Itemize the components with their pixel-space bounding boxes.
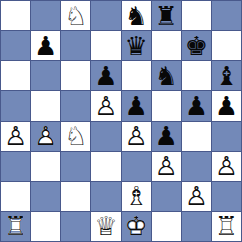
black-pawn-glyph: ♟: [31, 31, 60, 60]
white-knight[interactable]: ♞♘: [61, 1, 90, 30]
square-f5[interactable]: [152, 91, 181, 120]
black-pawn[interactable]: ♟: [212, 91, 241, 120]
white-rook-glyph: ♖: [1, 212, 30, 241]
square-e4[interactable]: ♟♙: [122, 122, 151, 151]
black-knight[interactable]: ♞: [122, 1, 151, 30]
square-g7[interactable]: ♚: [182, 31, 211, 60]
square-a8[interactable]: [1, 1, 30, 30]
square-e7[interactable]: ♛: [122, 31, 151, 60]
black-queen-glyph: ♛: [122, 31, 151, 60]
white-pawn-glyph: ♙: [91, 91, 120, 120]
white-pawn[interactable]: ♟♙: [182, 182, 211, 211]
chess-board: ♞♘♞♜♟♛♚♟♞♝♟♙♟♟♟♟♙♟♙♞♘♟♙♟♟♙♟♙♝♗♟♙♜♖♛♕♚♔♜♖: [0, 0, 242, 242]
white-pawn-glyph: ♙: [212, 152, 241, 181]
square-e3[interactable]: [122, 152, 151, 181]
square-c6[interactable]: [61, 61, 90, 90]
black-pawn[interactable]: ♟: [152, 122, 181, 151]
square-f4[interactable]: ♟: [152, 122, 181, 151]
black-pawn-glyph: ♟: [212, 91, 241, 120]
square-a2[interactable]: [1, 182, 30, 211]
square-a5[interactable]: [1, 91, 30, 120]
square-a4[interactable]: ♟♙: [1, 122, 30, 151]
black-pawn[interactable]: ♟: [91, 61, 120, 90]
square-b6[interactable]: [31, 61, 60, 90]
square-a3[interactable]: [1, 152, 30, 181]
square-d3[interactable]: [91, 152, 120, 181]
square-d8[interactable]: [91, 1, 120, 30]
square-c3[interactable]: [61, 152, 90, 181]
square-d2[interactable]: [91, 182, 120, 211]
black-pawn[interactable]: ♟: [182, 91, 211, 120]
black-pawn-glyph: ♟: [91, 61, 120, 90]
square-f1[interactable]: [152, 212, 181, 241]
white-pawn-glyph: ♙: [182, 182, 211, 211]
black-knight-glyph: ♞: [152, 61, 181, 90]
square-g6[interactable]: [182, 61, 211, 90]
black-pawn[interactable]: ♟: [31, 31, 60, 60]
square-d6[interactable]: ♟: [91, 61, 120, 90]
square-b3[interactable]: [31, 152, 60, 181]
black-pawn-glyph: ♟: [122, 91, 151, 120]
square-g3[interactable]: [182, 152, 211, 181]
white-knight[interactable]: ♞♘: [61, 122, 90, 151]
square-d1[interactable]: ♛♕: [91, 212, 120, 241]
square-f3[interactable]: ♟♙: [152, 152, 181, 181]
white-pawn[interactable]: ♟♙: [212, 152, 241, 181]
square-c8[interactable]: ♞♘: [61, 1, 90, 30]
white-pawn-glyph: ♙: [31, 122, 60, 151]
black-rook[interactable]: ♜: [152, 1, 181, 30]
black-knight-glyph: ♞: [122, 1, 151, 30]
white-rook[interactable]: ♜♖: [1, 212, 30, 241]
square-h5[interactable]: ♟: [212, 91, 241, 120]
square-a6[interactable]: [1, 61, 30, 90]
white-king[interactable]: ♚♔: [122, 212, 151, 241]
square-c2[interactable]: [61, 182, 90, 211]
chess-board-wrap: ♞♘♞♜♟♛♚♟♞♝♟♙♟♟♟♟♙♟♙♞♘♟♙♟♟♙♟♙♝♗♟♙♜♖♛♕♚♔♜♖: [0, 0, 242, 242]
black-queen[interactable]: ♛: [122, 31, 151, 60]
black-rook-glyph: ♜: [152, 1, 181, 30]
square-h7[interactable]: [212, 31, 241, 60]
square-c5[interactable]: [61, 91, 90, 120]
square-g1[interactable]: [182, 212, 211, 241]
black-king-glyph: ♚: [182, 31, 211, 60]
square-b8[interactable]: [31, 1, 60, 30]
white-bishop[interactable]: ♝♗: [122, 182, 151, 211]
square-b1[interactable]: [31, 212, 60, 241]
square-g5[interactable]: ♟: [182, 91, 211, 120]
square-e6[interactable]: [122, 61, 151, 90]
square-f2[interactable]: [152, 182, 181, 211]
white-bishop-glyph: ♗: [122, 182, 151, 211]
white-rook[interactable]: ♜♖: [212, 212, 241, 241]
square-h2[interactable]: [212, 182, 241, 211]
black-bishop-glyph: ♝: [212, 61, 241, 90]
white-queen-glyph: ♕: [91, 212, 120, 241]
white-pawn[interactable]: ♟♙: [152, 152, 181, 181]
square-b4[interactable]: ♟♙: [31, 122, 60, 151]
white-pawn-glyph: ♙: [122, 122, 151, 151]
white-knight-glyph: ♘: [61, 122, 90, 151]
square-g4[interactable]: [182, 122, 211, 151]
black-pawn-glyph: ♟: [182, 91, 211, 120]
square-b2[interactable]: [31, 182, 60, 211]
square-f7[interactable]: [152, 31, 181, 60]
square-f8[interactable]: ♜: [152, 1, 181, 30]
square-h4[interactable]: [212, 122, 241, 151]
square-a1[interactable]: ♜♖: [1, 212, 30, 241]
square-b7[interactable]: ♟: [31, 31, 60, 60]
white-rook-glyph: ♖: [212, 212, 241, 241]
square-g8[interactable]: [182, 1, 211, 30]
square-e1[interactable]: ♚♔: [122, 212, 151, 241]
square-d7[interactable]: [91, 31, 120, 60]
square-a7[interactable]: [1, 31, 30, 60]
square-c4[interactable]: ♞♘: [61, 122, 90, 151]
square-h3[interactable]: ♟♙: [212, 152, 241, 181]
square-h1[interactable]: ♜♖: [212, 212, 241, 241]
white-king-glyph: ♔: [122, 212, 151, 241]
white-pawn[interactable]: ♟♙: [1, 122, 30, 151]
square-e2[interactable]: ♝♗: [122, 182, 151, 211]
white-pawn[interactable]: ♟♙: [31, 122, 60, 151]
black-knight[interactable]: ♞: [152, 61, 181, 90]
square-d4[interactable]: [91, 122, 120, 151]
square-g2[interactable]: ♟♙: [182, 182, 211, 211]
square-e5[interactable]: ♟: [122, 91, 151, 120]
white-pawn-glyph: ♙: [1, 122, 30, 151]
square-d5[interactable]: ♟♙: [91, 91, 120, 120]
black-king[interactable]: ♚: [182, 31, 211, 60]
white-pawn-glyph: ♙: [152, 152, 181, 181]
square-e8[interactable]: ♞: [122, 1, 151, 30]
square-f6[interactable]: ♞: [152, 61, 181, 90]
square-h8[interactable]: [212, 1, 241, 30]
square-c7[interactable]: [61, 31, 90, 60]
square-c1[interactable]: [61, 212, 90, 241]
white-knight-glyph: ♘: [61, 1, 90, 30]
black-pawn-glyph: ♟: [152, 122, 181, 151]
black-bishop[interactable]: ♝: [212, 61, 241, 90]
white-pawn[interactable]: ♟♙: [122, 122, 151, 151]
black-pawn[interactable]: ♟: [122, 91, 151, 120]
white-queen[interactable]: ♛♕: [91, 212, 120, 241]
square-b5[interactable]: [31, 91, 60, 120]
square-h6[interactable]: ♝: [212, 61, 241, 90]
white-pawn[interactable]: ♟♙: [91, 91, 120, 120]
